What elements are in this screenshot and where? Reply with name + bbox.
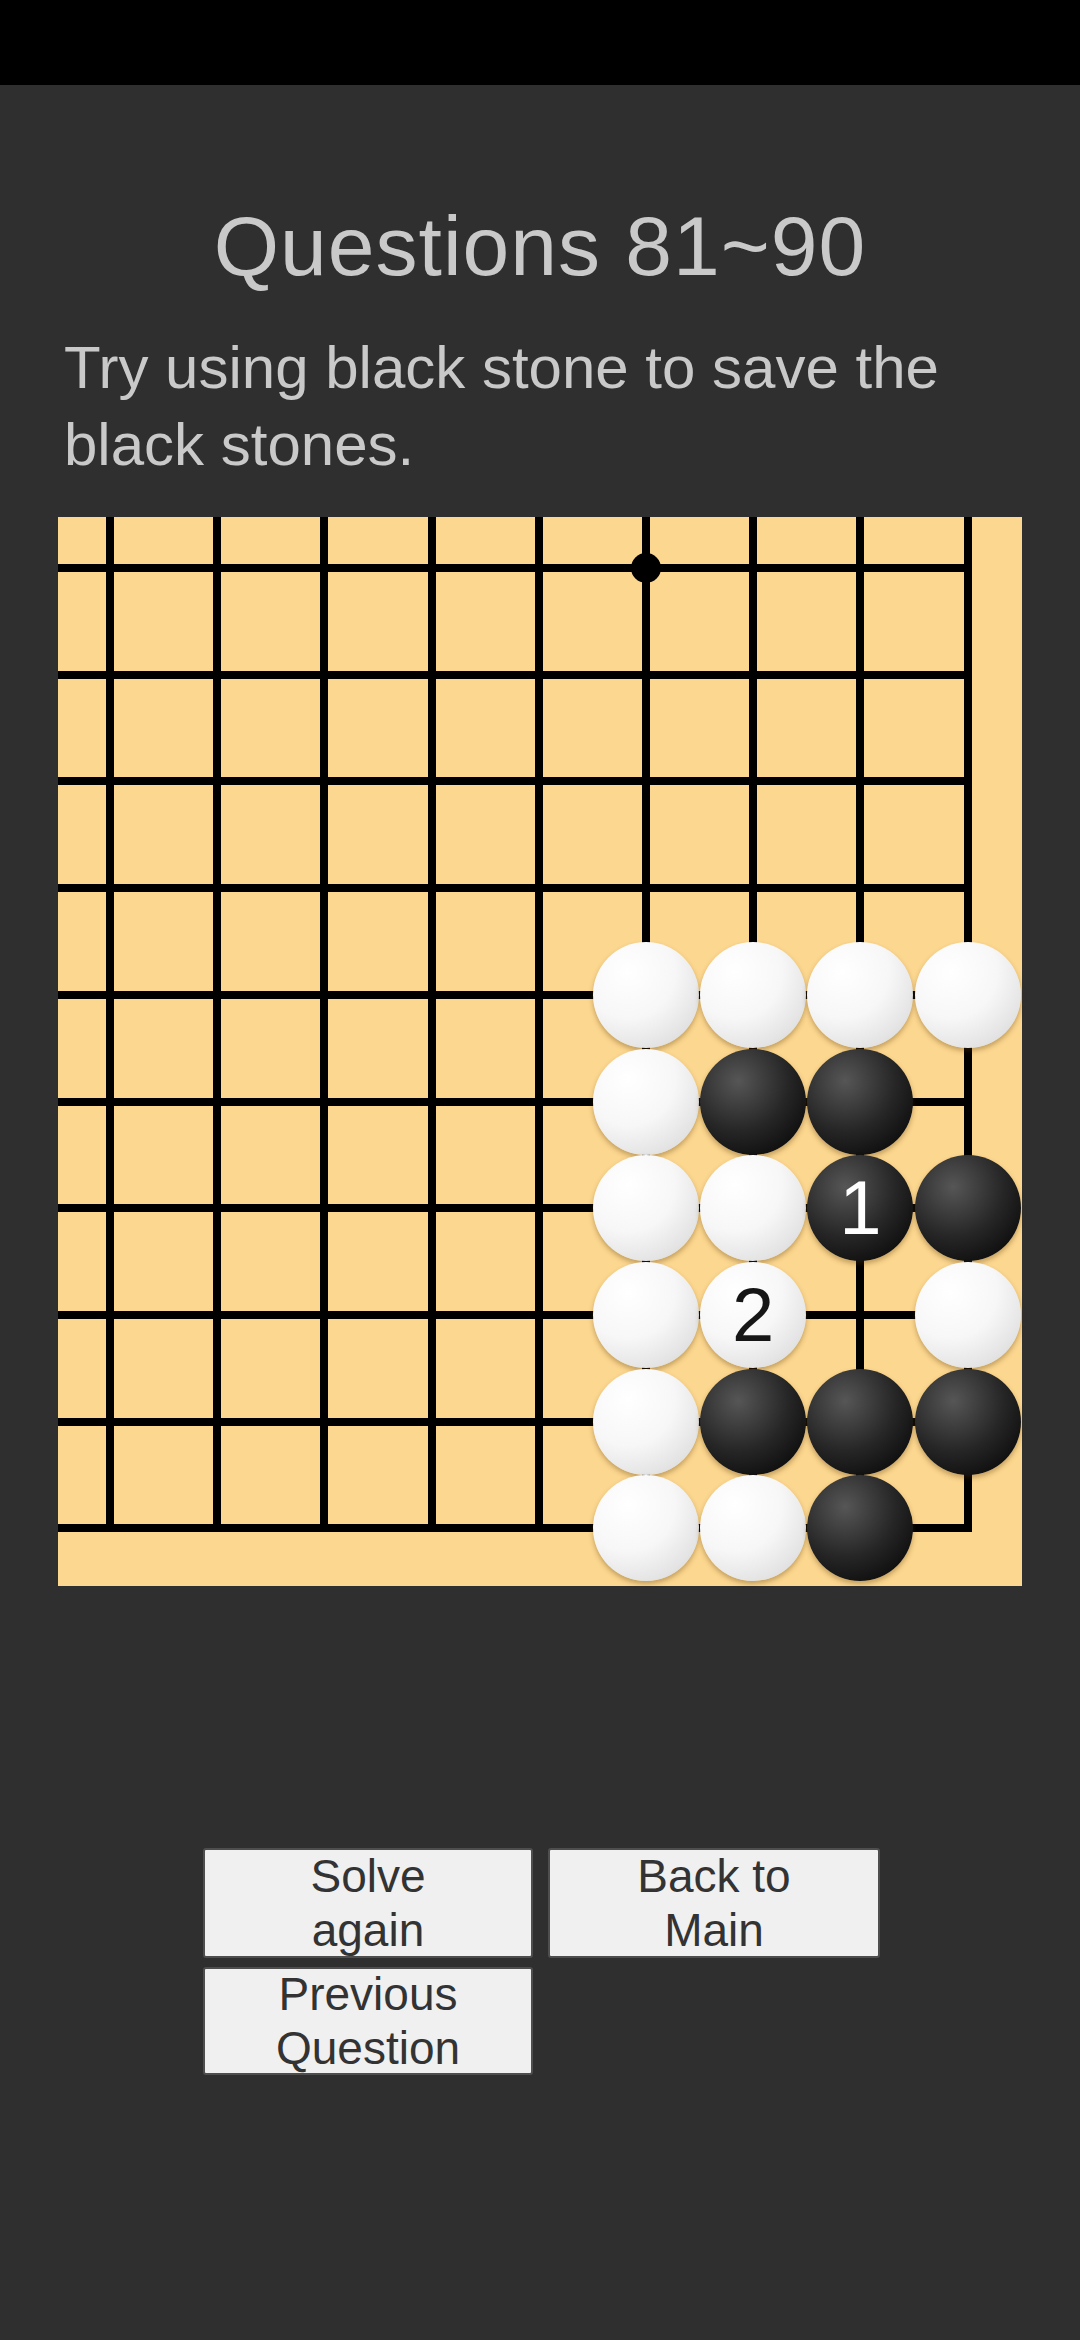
move-number-label: 1 (839, 1170, 881, 1246)
board-horizontal-line (58, 671, 972, 679)
white-stone (700, 1155, 806, 1261)
board-vertical-line (213, 517, 221, 1532)
board-vertical-line (535, 517, 543, 1532)
board-horizontal-line (58, 884, 972, 892)
white-stone: 2 (700, 1262, 806, 1368)
white-stone (593, 1049, 699, 1155)
black-stone (807, 1049, 913, 1155)
black-stone (915, 1155, 1021, 1261)
status-bar (0, 0, 1080, 85)
white-stone (593, 1475, 699, 1581)
page-title: Questions 81~90 (0, 198, 1080, 295)
black-stone (915, 1369, 1021, 1475)
black-stone (807, 1369, 913, 1475)
back-to-main-button[interactable]: Back to Main (548, 1848, 880, 1958)
white-stone (593, 1369, 699, 1475)
white-stone (700, 942, 806, 1048)
star-point (631, 553, 661, 583)
app-screen: Questions 81~90 Try using black stone to… (0, 0, 1080, 2340)
white-stone (700, 1475, 806, 1581)
go-board[interactable]: 12 (58, 517, 1022, 1586)
board-vertical-line (428, 517, 436, 1532)
black-stone (700, 1049, 806, 1155)
white-stone (593, 1155, 699, 1261)
black-stone (700, 1369, 806, 1475)
black-stone (807, 1475, 913, 1581)
white-stone (915, 942, 1021, 1048)
board-horizontal-line (58, 1311, 972, 1319)
previous-question-button[interactable]: Previous Question (203, 1967, 533, 2075)
board-vertical-line (106, 517, 114, 1532)
board-horizontal-line (58, 564, 972, 572)
move-number-label: 2 (732, 1277, 774, 1353)
white-stone (807, 942, 913, 1048)
board-horizontal-line (58, 777, 972, 785)
board-vertical-line (320, 517, 328, 1532)
solve-again-button[interactable]: Solve again (203, 1848, 533, 1958)
instruction-text: Try using black stone to save the black … (64, 330, 964, 484)
white-stone (593, 1262, 699, 1368)
white-stone (915, 1262, 1021, 1368)
white-stone (593, 942, 699, 1048)
black-stone: 1 (807, 1155, 913, 1261)
